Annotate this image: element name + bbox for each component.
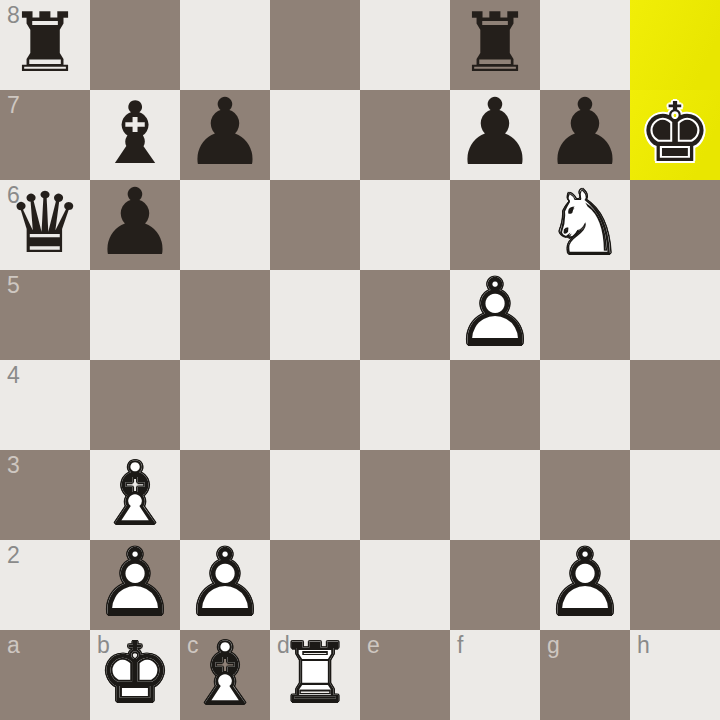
square-d7[interactable] — [270, 90, 360, 180]
black-pawn-glyph: ♟ — [450, 90, 540, 180]
square-h3[interactable] — [630, 450, 720, 540]
square-h4[interactable] — [630, 360, 720, 450]
square-g4[interactable] — [540, 360, 630, 450]
square-g6[interactable]: ♞♘ — [540, 180, 630, 270]
square-b2[interactable]: ♟♙ — [90, 540, 180, 630]
rank-label-4: 4 — [7, 364, 20, 387]
square-b4[interactable] — [90, 360, 180, 450]
black-pawn-c7[interactable]: ♟ — [180, 90, 270, 180]
white-rook-d1[interactable]: ♜♖ — [270, 630, 360, 720]
square-f2[interactable] — [450, 540, 540, 630]
square-f7[interactable]: ♟ — [450, 90, 540, 180]
square-c3[interactable] — [180, 450, 270, 540]
square-c2[interactable]: ♟♙ — [180, 540, 270, 630]
square-e6[interactable] — [360, 180, 450, 270]
file-label-f: f — [457, 634, 463, 657]
square-e8[interactable] — [360, 0, 450, 90]
white-bishop-c1[interactable]: ♝♗ — [180, 630, 270, 720]
square-c6[interactable] — [180, 180, 270, 270]
square-a5[interactable]: 5 — [0, 270, 90, 360]
black-king-h7[interactable]: ♚ — [630, 90, 720, 180]
square-g3[interactable] — [540, 450, 630, 540]
square-e7[interactable] — [360, 90, 450, 180]
square-a8[interactable]: 8♜ — [0, 0, 90, 90]
square-e2[interactable] — [360, 540, 450, 630]
square-e1[interactable]: e — [360, 630, 450, 720]
square-f8[interactable]: ♜ — [450, 0, 540, 90]
square-f3[interactable] — [450, 450, 540, 540]
black-bishop-glyph: ♝ — [90, 90, 180, 180]
black-rook-glyph: ♜ — [0, 0, 90, 90]
square-b1[interactable]: b♚♔ — [90, 630, 180, 720]
square-e3[interactable] — [360, 450, 450, 540]
black-pawn-b6[interactable]: ♟ — [90, 180, 180, 270]
black-king-glyph: ♚ — [630, 90, 720, 180]
black-queen-a6[interactable]: ♛ — [0, 180, 90, 270]
white-bishop-outline-glyph: ♗ — [90, 450, 180, 540]
black-pawn-f7[interactable]: ♟ — [450, 90, 540, 180]
square-g8[interactable] — [540, 0, 630, 90]
rank-label-5: 5 — [7, 274, 20, 297]
black-rook-f8[interactable]: ♜ — [450, 0, 540, 90]
white-king-b1[interactable]: ♚♔ — [90, 630, 180, 720]
square-e4[interactable] — [360, 360, 450, 450]
square-f5[interactable]: ♟♙ — [450, 270, 540, 360]
white-rook-outline-glyph: ♖ — [270, 630, 360, 720]
black-pawn-glyph: ♟ — [90, 180, 180, 270]
file-label-g: g — [547, 634, 560, 657]
rank-label-2: 2 — [7, 544, 20, 567]
square-h2[interactable] — [630, 540, 720, 630]
square-a6[interactable]: 6♛ — [0, 180, 90, 270]
file-label-e: e — [367, 634, 380, 657]
square-b8[interactable] — [90, 0, 180, 90]
white-pawn-outline-glyph: ♙ — [180, 540, 270, 630]
white-pawn-outline-glyph: ♙ — [90, 540, 180, 630]
rank-label-3: 3 — [7, 454, 20, 477]
white-pawn-c2[interactable]: ♟♙ — [180, 540, 270, 630]
file-label-a: a — [7, 634, 20, 657]
square-b7[interactable]: ♝ — [90, 90, 180, 180]
square-f1[interactable]: f — [450, 630, 540, 720]
square-b6[interactable]: ♟ — [90, 180, 180, 270]
square-g1[interactable]: g — [540, 630, 630, 720]
square-b3[interactable]: ♝♗ — [90, 450, 180, 540]
square-h7[interactable]: ♚ — [630, 90, 720, 180]
square-a7[interactable]: 7 — [0, 90, 90, 180]
square-h1[interactable]: h — [630, 630, 720, 720]
square-d2[interactable] — [270, 540, 360, 630]
square-d5[interactable] — [270, 270, 360, 360]
square-c5[interactable] — [180, 270, 270, 360]
square-c7[interactable]: ♟ — [180, 90, 270, 180]
square-h5[interactable] — [630, 270, 720, 360]
square-b5[interactable] — [90, 270, 180, 360]
black-pawn-glyph: ♟ — [180, 90, 270, 180]
white-pawn-b2[interactable]: ♟♙ — [90, 540, 180, 630]
black-rook-glyph: ♜ — [450, 0, 540, 90]
black-bishop-b7[interactable]: ♝ — [90, 90, 180, 180]
square-h6[interactable] — [630, 180, 720, 270]
square-d8[interactable] — [270, 0, 360, 90]
black-rook-a8[interactable]: ♜ — [0, 0, 90, 90]
square-d6[interactable] — [270, 180, 360, 270]
square-d1[interactable]: d♜♖ — [270, 630, 360, 720]
white-pawn-f5[interactable]: ♟♙ — [450, 270, 540, 360]
square-a2[interactable]: 2 — [0, 540, 90, 630]
square-g2[interactable]: ♟♙ — [540, 540, 630, 630]
square-c4[interactable] — [180, 360, 270, 450]
file-label-h: h — [637, 634, 650, 657]
square-h8[interactable] — [630, 0, 720, 90]
square-f4[interactable] — [450, 360, 540, 450]
white-knight-g6[interactable]: ♞♘ — [540, 180, 630, 270]
white-knight-outline-glyph: ♘ — [540, 180, 630, 270]
square-a3[interactable]: 3 — [0, 450, 90, 540]
square-a1[interactable]: a — [0, 630, 90, 720]
chess-board: 8♜♜7♝♟♟♟♚6♛♟♞♘5♟♙43♝♗2♟♙♟♙♟♙ab♚♔c♝♗d♜♖ef… — [0, 0, 720, 720]
white-bishop-b3[interactable]: ♝♗ — [90, 450, 180, 540]
square-c1[interactable]: c♝♗ — [180, 630, 270, 720]
rank-label-7: 7 — [7, 94, 20, 117]
white-pawn-g2[interactable]: ♟♙ — [540, 540, 630, 630]
square-e5[interactable] — [360, 270, 450, 360]
black-queen-glyph: ♛ — [0, 180, 90, 270]
white-bishop-outline-glyph: ♗ — [180, 630, 270, 720]
square-d4[interactable] — [270, 360, 360, 450]
square-g5[interactable] — [540, 270, 630, 360]
square-c8[interactable] — [180, 0, 270, 90]
white-king-outline-glyph: ♔ — [90, 630, 180, 720]
square-a4[interactable]: 4 — [0, 360, 90, 450]
white-pawn-outline-glyph: ♙ — [540, 540, 630, 630]
square-d3[interactable] — [270, 450, 360, 540]
black-pawn-g7[interactable]: ♟ — [540, 90, 630, 180]
square-g7[interactable]: ♟ — [540, 90, 630, 180]
white-pawn-outline-glyph: ♙ — [450, 270, 540, 360]
square-f6[interactable] — [450, 180, 540, 270]
black-pawn-glyph: ♟ — [540, 90, 630, 180]
